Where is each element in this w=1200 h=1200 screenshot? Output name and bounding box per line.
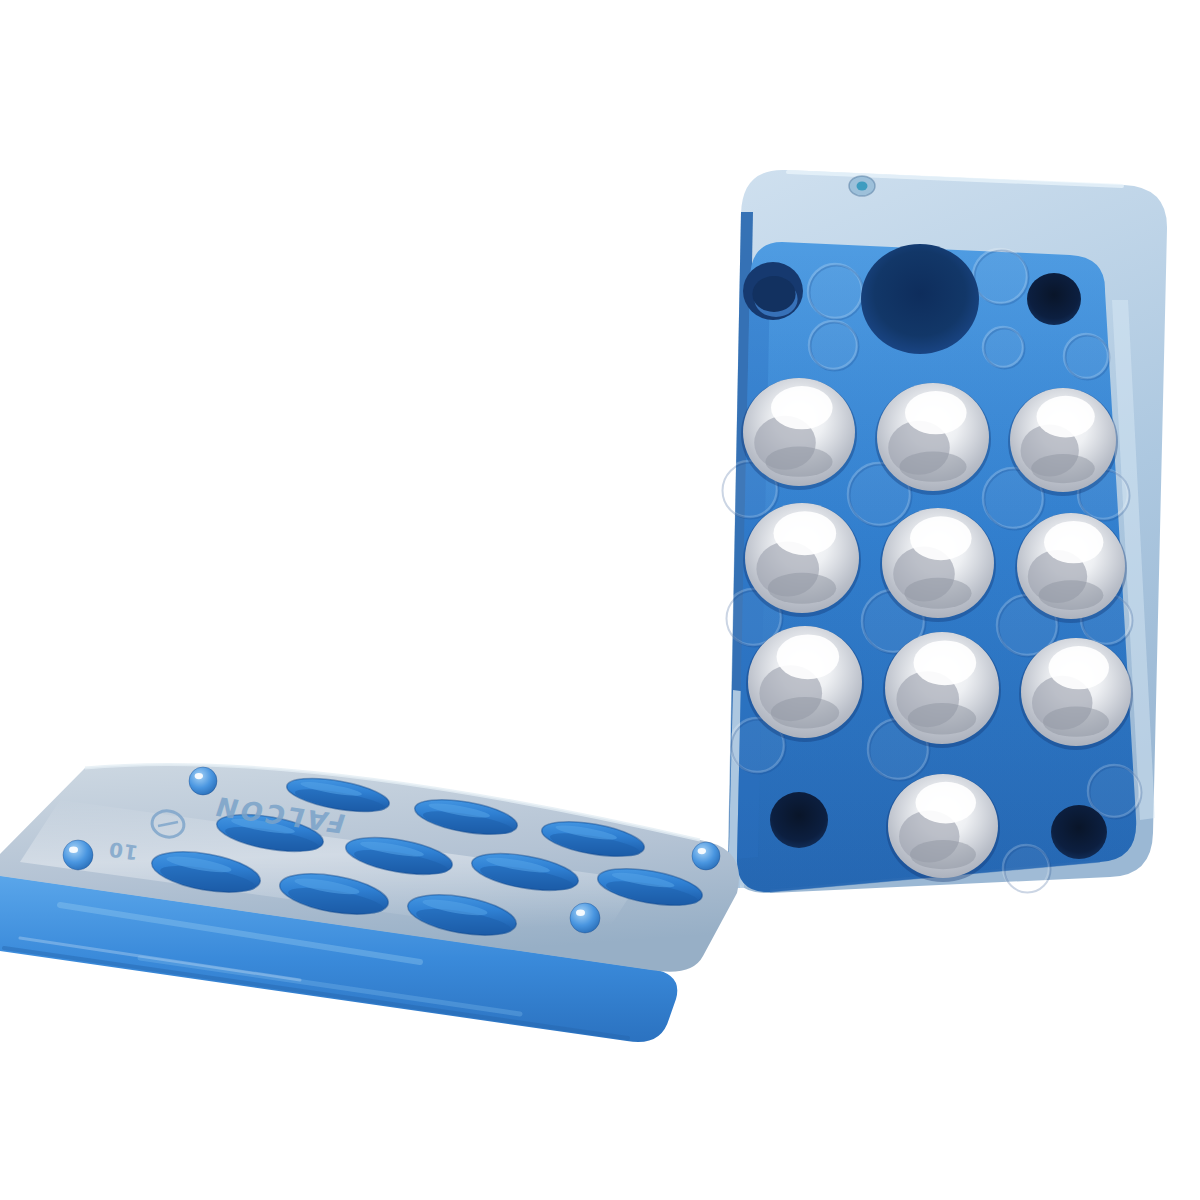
hole-light-through (916, 782, 977, 824)
hole-dark-small (1051, 805, 1107, 859)
embossed-number-text: 10 (107, 837, 140, 865)
stacking-peg-specular (69, 846, 78, 853)
hole-bottom-shade (1031, 454, 1095, 483)
hole-light-through (1044, 521, 1103, 563)
hole-bottom-shade (899, 452, 966, 482)
hole-navy-core (752, 276, 795, 312)
product-photo: FALCON 10 (0, 0, 1200, 1200)
hole-light-through (1049, 646, 1110, 689)
hole-light-through (771, 386, 833, 429)
hole-light-through (774, 511, 837, 555)
hole-light-through (905, 391, 967, 434)
hole-light-through (914, 640, 977, 685)
hole-navy-large (861, 244, 979, 354)
hole-bottom-shade (908, 703, 976, 734)
stacking-peg-specular (576, 909, 585, 916)
hole-light-through (777, 634, 840, 679)
hole-bottom-shade (1043, 707, 1109, 737)
stacking-peg (189, 767, 217, 795)
stacking-peg-specular (698, 848, 706, 854)
stacking-peg (692, 842, 720, 870)
standing-rack-top-dimple (849, 176, 875, 196)
hole-light-through (1037, 396, 1095, 438)
hole-bottom-shade (910, 840, 976, 869)
hole-bottom-shade (768, 573, 836, 604)
molding-dimple-center (857, 182, 868, 191)
stacking-peg (570, 903, 600, 933)
hole-bottom-shade (904, 578, 971, 609)
flat-vial-rack: FALCON 10 (0, 764, 739, 1042)
hole-dark-small (770, 792, 828, 848)
hole-light-through (910, 516, 972, 560)
hole-bottom-shade (765, 447, 832, 477)
stacking-peg (63, 840, 93, 870)
product-photo-canvas: FALCON 10 (0, 0, 1200, 1200)
hole-bottom-shade (771, 697, 839, 728)
hole-bottom-shade (1039, 580, 1104, 610)
hole-dark-small (1027, 273, 1081, 325)
standing-vial-rack (721, 170, 1167, 893)
stacking-peg-specular (195, 773, 203, 779)
